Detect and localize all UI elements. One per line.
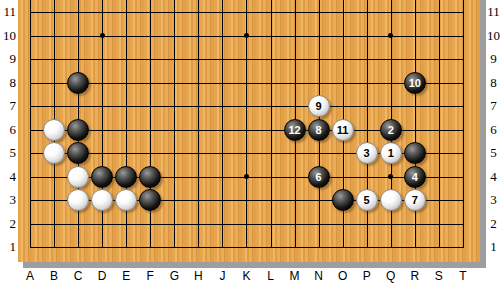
stone-F3-black: [139, 189, 161, 211]
column-label-K: K: [234, 268, 258, 284]
stone-D4-black: [91, 166, 113, 188]
row-label-right-2: 2: [487, 216, 500, 232]
column-label-D: D: [90, 268, 114, 284]
stone-O3-black: [332, 189, 354, 211]
stone-E3-white: [115, 189, 137, 211]
stone-C3-white: [67, 189, 89, 211]
row-label-right-4: 4: [487, 169, 500, 185]
row-label-left-2: 2: [0, 216, 16, 232]
row-label-right-11: 11: [487, 4, 500, 20]
stone-N6-black: 8: [308, 119, 330, 141]
row-label-left-11: 11: [0, 4, 16, 20]
stone-N4-black: 6: [308, 166, 330, 188]
column-label-B: B: [42, 268, 66, 284]
row-label-right-10: 10: [487, 28, 500, 44]
row-label-left-1: 1: [0, 239, 16, 255]
go-board[interactable]: 123456789101112: [18, 0, 480, 262]
stone-P3-white: 5: [356, 189, 378, 211]
column-label-S: S: [427, 268, 451, 284]
stone-C4-white: [67, 166, 89, 188]
stone-B5-white: [43, 142, 65, 164]
stone-D3-white: [91, 189, 113, 211]
stone-R3-white: 7: [404, 189, 426, 211]
stone-Q3-white: [380, 189, 402, 211]
column-label-Q: Q: [379, 268, 403, 284]
row-label-right-7: 7: [487, 98, 500, 114]
stone-C8-black: [67, 72, 89, 94]
row-label-left-8: 8: [0, 75, 16, 91]
row-label-left-4: 4: [0, 169, 16, 185]
column-label-F: F: [138, 268, 162, 284]
stone-O6-white: 11: [332, 119, 354, 141]
column-label-H: H: [186, 268, 210, 284]
stone-C5-black: [67, 142, 89, 164]
row-label-left-5: 5: [0, 145, 16, 161]
stone-Q6-black: 2: [380, 119, 402, 141]
stone-N7-white: 9: [308, 95, 330, 117]
column-label-T: T: [451, 268, 475, 284]
column-label-J: J: [210, 268, 234, 284]
board-shadow-right: [480, 0, 486, 268]
stone-Q5-white: 1: [380, 142, 402, 164]
row-label-left-9: 9: [0, 51, 16, 67]
stone-E4-black: [115, 166, 137, 188]
stone-R5-black: [404, 142, 426, 164]
stones-grid: 123456789101112: [18, 0, 475, 259]
column-label-R: R: [403, 268, 427, 284]
stone-P5-white: 3: [356, 142, 378, 164]
column-label-L: L: [259, 268, 283, 284]
column-label-M: M: [283, 268, 307, 284]
stone-B6-white: [43, 119, 65, 141]
column-label-P: P: [355, 268, 379, 284]
row-label-right-6: 6: [487, 122, 500, 138]
row-label-right-9: 9: [487, 51, 500, 67]
stone-C6-black: [67, 119, 89, 141]
row-label-left-6: 6: [0, 122, 16, 138]
row-label-left-7: 7: [0, 98, 16, 114]
stone-R8-black: 10: [404, 72, 426, 94]
column-label-A: A: [18, 268, 42, 284]
column-label-E: E: [114, 268, 138, 284]
row-label-right-8: 8: [487, 75, 500, 91]
row-label-left-10: 10: [0, 28, 16, 44]
column-label-N: N: [307, 268, 331, 284]
stone-F4-black: [139, 166, 161, 188]
row-label-left-3: 3: [0, 192, 16, 208]
row-label-right-5: 5: [487, 145, 500, 161]
column-label-G: G: [162, 268, 186, 284]
column-label-C: C: [66, 268, 90, 284]
column-label-O: O: [331, 268, 355, 284]
go-diagram: 123456789101112 1110987654321 1110987654…: [0, 0, 500, 284]
stone-R4-black: 4: [404, 166, 426, 188]
row-label-right-1: 1: [487, 239, 500, 255]
row-label-right-3: 3: [487, 192, 500, 208]
stone-M6-black: 12: [284, 119, 306, 141]
